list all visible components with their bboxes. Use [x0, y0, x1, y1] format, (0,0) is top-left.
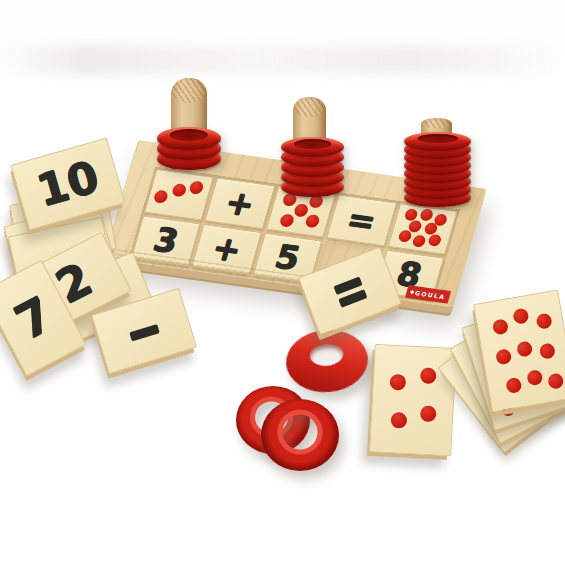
red-dot	[397, 230, 412, 243]
red-ring[interactable]	[281, 137, 344, 157]
tile-4-dots[interactable]	[369, 344, 457, 456]
board-tile-3-dots[interactable]	[144, 169, 214, 220]
photo-scene: + = 3 + 5 8 GOULA 10 2 7 − =	[0, 0, 565, 565]
loose-ring-right[interactable]	[261, 399, 339, 471]
red-dot	[153, 190, 169, 204]
red-dot	[420, 405, 437, 422]
red-dot	[170, 183, 186, 197]
red-dot	[278, 214, 294, 228]
red-dot	[411, 234, 426, 247]
red-dot	[419, 208, 434, 221]
background-smudge	[0, 46, 565, 74]
red-dot	[535, 313, 552, 330]
red-dot	[423, 221, 438, 234]
red-dot	[419, 367, 436, 384]
red-dot	[505, 377, 522, 394]
red-ring[interactable]	[157, 127, 221, 150]
red-dot	[427, 233, 442, 246]
red-ring[interactable]	[404, 132, 471, 151]
ring-stack-peg-2[interactable]	[281, 137, 344, 197]
red-dot	[492, 318, 509, 335]
board-tile-plus-bottom[interactable]: +	[192, 224, 262, 275]
board-tile-number-3[interactable]: 3	[131, 215, 201, 266]
board-tile-equals-top[interactable]: =	[327, 194, 397, 245]
ring-stack-peg-1[interactable]	[157, 127, 221, 170]
equals-glyph: =	[323, 256, 378, 325]
red-dot	[390, 374, 407, 391]
red-dot	[404, 208, 419, 221]
red-dot	[539, 343, 556, 360]
red-dot	[391, 412, 408, 429]
loose-ring-tilted[interactable]	[283, 327, 370, 396]
minus-glyph: −	[117, 295, 171, 367]
goula-diamond-icon	[410, 290, 414, 294]
red-dot	[526, 369, 543, 386]
board-tile-8-dots[interactable]	[387, 203, 457, 254]
red-dot	[304, 214, 320, 228]
red-dot	[547, 372, 564, 389]
red-dot	[495, 348, 512, 365]
red-dot	[188, 180, 204, 194]
board-tile-plus-top[interactable]: +	[205, 177, 275, 228]
red-dot	[516, 340, 533, 357]
red-dot	[512, 308, 529, 325]
ring-hole	[309, 343, 344, 367]
goula-logo: GOULA	[405, 285, 452, 304]
ring-stack-peg-3[interactable]	[404, 132, 471, 207]
